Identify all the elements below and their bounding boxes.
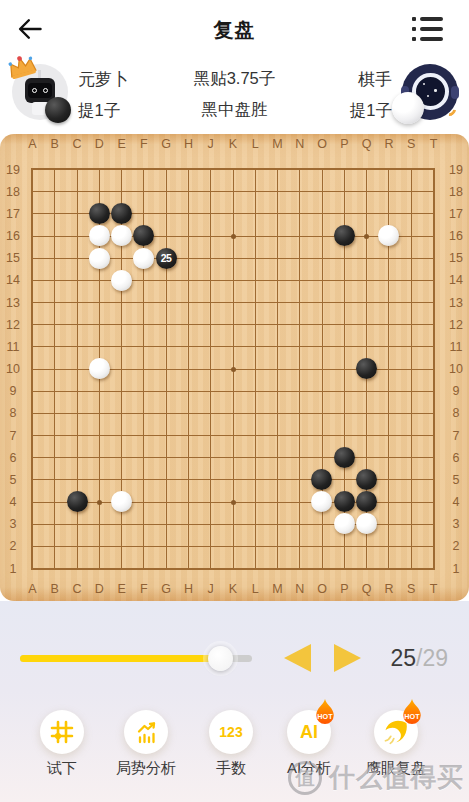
- coord-label-col: F: [134, 136, 154, 152]
- move-total: 29: [422, 645, 448, 671]
- white-stone: [89, 225, 110, 246]
- coord-label-col: O: [312, 581, 332, 597]
- coord-label-row: 3: [443, 516, 469, 532]
- white-stone: [111, 491, 132, 512]
- coord-label-col: B: [45, 581, 65, 597]
- prev-triangle-icon[interactable]: [284, 644, 311, 672]
- white-stone: [334, 513, 355, 534]
- avatar-white-player[interactable]: [402, 64, 458, 120]
- coord-label-col: Q: [357, 136, 377, 152]
- black-stone: [89, 203, 110, 224]
- coord-label-col: T: [424, 581, 444, 597]
- coord-label-row: 19: [443, 162, 469, 178]
- board-cell: [133, 247, 155, 269]
- board-cell: [88, 247, 110, 269]
- board-cell: [333, 491, 355, 513]
- black-stone: [67, 491, 88, 512]
- board-cell: [88, 203, 110, 225]
- black-stone: [334, 491, 355, 512]
- coord-label-col: H: [178, 581, 198, 597]
- board-cell: [311, 491, 333, 513]
- coord-label-col: R: [379, 581, 399, 597]
- coord-label-col: F: [134, 581, 154, 597]
- board-cell: [88, 358, 110, 380]
- board-cell: [355, 513, 377, 535]
- coord-label-col: D: [89, 581, 109, 597]
- coord-label-row: 15: [443, 250, 469, 266]
- result-text: 黑中盘胜: [202, 99, 268, 121]
- board-cell: [378, 225, 400, 247]
- coord-label-row: 12: [443, 317, 469, 333]
- white-stone: [89, 358, 110, 379]
- toolbar-item-label: AI分析: [287, 759, 331, 778]
- svg-text:HOT: HOT: [317, 712, 333, 721]
- coord-label-col: E: [112, 581, 132, 597]
- hot-badge-icon: HOT: [311, 699, 333, 725]
- board-cell: [88, 225, 110, 247]
- move-counter: 25/29: [390, 645, 448, 672]
- toolbar-item-label: 局势分析: [116, 759, 176, 778]
- player-info-bar: 元萝卜 提1子 黑贴3.75子 黑中盘胜 棋手 提1子: [0, 56, 469, 134]
- coord-label-col: J: [201, 136, 221, 152]
- coord-label-col: M: [268, 136, 288, 152]
- coord-label-col: C: [67, 136, 87, 152]
- board-cell: [355, 469, 377, 491]
- board-cell: [110, 269, 132, 291]
- coord-label-row: 2: [443, 538, 469, 554]
- black-stone: [111, 203, 132, 224]
- trend-chart-icon: [124, 710, 168, 754]
- coord-label-row: 6: [443, 450, 469, 466]
- toolbar-item-2[interactable]: 局势分析: [104, 710, 188, 778]
- menu-list-icon[interactable]: [412, 17, 444, 41]
- white-stone: [356, 513, 377, 534]
- coord-label-row: 18: [443, 184, 469, 200]
- ai-text-icon: AIHOT: [287, 710, 331, 754]
- white-stone: [111, 270, 132, 291]
- coord-label-col: K: [223, 581, 243, 597]
- board-grid-icon: [40, 710, 84, 754]
- coord-label-col: P: [334, 136, 354, 152]
- black-stone: [311, 469, 332, 490]
- coord-label-col: M: [268, 581, 288, 597]
- coord-label-col: O: [312, 136, 332, 152]
- hot-badge-icon: HOT: [398, 699, 420, 725]
- board-cell: [110, 225, 132, 247]
- coord-label-col: D: [89, 136, 109, 152]
- coord-label-col: S: [401, 136, 421, 152]
- svg-text:HOT: HOT: [404, 712, 420, 721]
- board-cell: [355, 358, 377, 380]
- coord-label-col: B: [45, 136, 65, 152]
- coord-label-col: N: [290, 581, 310, 597]
- coord-label-col: N: [290, 136, 310, 152]
- coord-label-col: L: [245, 581, 265, 597]
- black-stone: [356, 469, 377, 490]
- black-stone: [356, 358, 377, 379]
- coord-label-col: P: [334, 581, 354, 597]
- white-stone: [89, 248, 110, 269]
- coord-label-row: 17: [443, 206, 469, 222]
- coord-label-row: 16: [443, 228, 469, 244]
- board-cell: [333, 513, 355, 535]
- white-stone-icon: [392, 92, 424, 124]
- bottom-toolbar: 试下局势分析123手数AIHOTAI分析HOT鹰眼复盘: [0, 710, 469, 790]
- go-board[interactable]: ABCDEFGHJKLMNOPQRST ABCDEFGHJKLMNOPQRST …: [0, 134, 469, 601]
- coord-label-col: E: [112, 136, 132, 152]
- slider-fill: [20, 655, 220, 662]
- board-cell: [333, 446, 355, 468]
- page-title: 复盘: [0, 17, 469, 44]
- coord-label-row: 9: [443, 383, 469, 399]
- coord-label-col: A: [23, 136, 43, 152]
- helmet-ear: [451, 86, 459, 99]
- next-triangle-icon[interactable]: [334, 644, 361, 672]
- board-cell: [311, 469, 333, 491]
- coord-label-row: 1: [443, 561, 469, 577]
- black-stone: [133, 225, 154, 246]
- header: 复盘: [0, 0, 469, 56]
- bird-icon: HOT: [374, 710, 418, 754]
- board-cell: 25: [155, 247, 177, 269]
- coord-label-col: S: [401, 581, 421, 597]
- black-stone: 25: [156, 248, 177, 269]
- toolbar-item-5[interactable]: HOT鹰眼复盘: [354, 710, 438, 778]
- coord-label-row: 8: [443, 405, 469, 421]
- toolbar-item-label: 试下: [47, 759, 77, 778]
- toolbar-item-1[interactable]: 试下: [20, 710, 104, 778]
- coord-label-col: L: [245, 136, 265, 152]
- coord-label-col: Q: [357, 581, 377, 597]
- app-screen: 复盘 元萝卜 提1子 黑贴3.7: [0, 0, 469, 802]
- board-cell: [110, 491, 132, 513]
- white-stone: [378, 225, 399, 246]
- white-stone: [111, 225, 132, 246]
- coord-label-row: 13: [443, 295, 469, 311]
- board-cell: [133, 225, 155, 247]
- toolbar-item-label: 手数: [216, 759, 246, 778]
- white-stone: [133, 248, 154, 269]
- toolbar-item-label: 鹰眼复盘: [366, 759, 426, 778]
- move-slider[interactable]: [20, 655, 252, 662]
- move-number-label: 25: [161, 252, 172, 264]
- komi-text: 黑贴3.75子: [194, 68, 276, 90]
- toolbar-item-4[interactable]: AIHOTAI分析: [267, 710, 351, 778]
- coord-label-row: 7: [443, 428, 469, 444]
- coord-label-col: T: [424, 136, 444, 152]
- white-stone: [311, 491, 332, 512]
- board-cell: [333, 225, 355, 247]
- white-player-name: 棋手: [358, 68, 392, 91]
- black-stone: [334, 447, 355, 468]
- coord-label-col: H: [178, 136, 198, 152]
- coord-label-col: K: [223, 136, 243, 152]
- coord-label-col: G: [156, 581, 176, 597]
- coord-label-col: J: [201, 581, 221, 597]
- coord-label-row: 10: [443, 361, 469, 377]
- coord-label-col: G: [156, 136, 176, 152]
- board-cell: [110, 203, 132, 225]
- toolbar-item-3[interactable]: 123手数: [189, 710, 273, 778]
- black-stone: [356, 491, 377, 512]
- slider-thumb[interactable]: [208, 646, 233, 671]
- coord-label-row: 5: [443, 472, 469, 488]
- move-current: 25: [390, 645, 416, 671]
- numbers-123-icon: 123: [209, 710, 253, 754]
- board-cell: [66, 491, 88, 513]
- white-player-captures: 提1子: [350, 100, 392, 122]
- stone-grid: 25: [21, 158, 444, 579]
- coord-label-col: A: [23, 581, 43, 597]
- black-stone: [334, 225, 355, 246]
- coord-label-col: C: [67, 581, 87, 597]
- coord-label-row: 14: [443, 272, 469, 288]
- coord-label-row: 11: [443, 339, 469, 355]
- coord-label-row: 4: [443, 494, 469, 510]
- board-cell: [355, 491, 377, 513]
- coord-label-col: R: [379, 136, 399, 152]
